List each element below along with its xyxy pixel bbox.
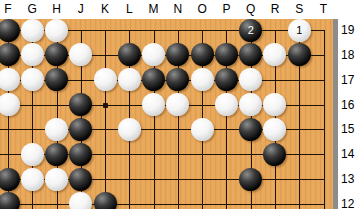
white-stone[interactable] bbox=[21, 43, 44, 66]
white-stone[interactable]: 1 bbox=[288, 19, 311, 42]
black-stone[interactable] bbox=[45, 68, 68, 91]
white-stone[interactable] bbox=[0, 68, 20, 91]
go-diagram-screen: FGHJKLMNOPQRST 21 1918171615141312 bbox=[0, 0, 356, 209]
row-label: 17 bbox=[341, 73, 354, 87]
column-labels: FGHJKLMNOPQRST bbox=[0, 0, 356, 19]
row-label: 13 bbox=[341, 172, 354, 186]
column-label: H bbox=[52, 2, 61, 16]
black-stone[interactable] bbox=[69, 93, 92, 116]
column-label: S bbox=[295, 2, 303, 16]
white-stone[interactable] bbox=[45, 168, 68, 191]
black-stone[interactable] bbox=[0, 168, 20, 191]
white-stone[interactable] bbox=[21, 68, 44, 91]
black-stone[interactable] bbox=[239, 168, 262, 191]
white-stone[interactable] bbox=[94, 68, 117, 91]
move-number-label: 1 bbox=[296, 25, 302, 36]
white-stone[interactable] bbox=[263, 93, 286, 116]
white-stone[interactable] bbox=[21, 143, 44, 166]
white-stone[interactable] bbox=[239, 93, 262, 116]
black-stone[interactable] bbox=[69, 143, 92, 166]
black-stone[interactable] bbox=[0, 19, 20, 42]
white-stone[interactable] bbox=[142, 43, 165, 66]
white-stone[interactable] bbox=[45, 118, 68, 141]
black-stone[interactable] bbox=[166, 68, 189, 91]
white-stone[interactable] bbox=[118, 68, 141, 91]
white-stone[interactable] bbox=[21, 168, 44, 191]
column-label: K bbox=[101, 2, 109, 16]
black-stone[interactable] bbox=[239, 118, 262, 141]
column-label: R bbox=[271, 2, 280, 16]
white-stone[interactable] bbox=[191, 68, 214, 91]
star-point bbox=[103, 103, 108, 108]
white-stone[interactable] bbox=[69, 43, 92, 66]
move-number-label: 2 bbox=[248, 25, 254, 36]
white-stone[interactable] bbox=[21, 19, 44, 42]
white-stone[interactable] bbox=[118, 118, 141, 141]
white-stone[interactable] bbox=[191, 118, 214, 141]
black-stone[interactable] bbox=[94, 192, 117, 209]
grid-line-horizontal bbox=[0, 204, 325, 205]
grid-line-vertical bbox=[324, 30, 325, 209]
column-label: G bbox=[28, 2, 37, 16]
black-stone[interactable] bbox=[215, 68, 238, 91]
row-label: 19 bbox=[341, 23, 354, 37]
black-stone[interactable] bbox=[142, 68, 165, 91]
column-label: F bbox=[4, 2, 11, 16]
row-label: 18 bbox=[341, 48, 354, 62]
white-stone[interactable] bbox=[142, 93, 165, 116]
white-stone[interactable] bbox=[0, 93, 20, 116]
column-label: L bbox=[126, 2, 133, 16]
white-stone[interactable] bbox=[239, 68, 262, 91]
black-stone[interactable]: 2 bbox=[239, 19, 262, 42]
black-stone[interactable] bbox=[166, 43, 189, 66]
row-labels: 1918171615141312 bbox=[338, 19, 356, 209]
black-stone[interactable] bbox=[263, 143, 286, 166]
row-label: 15 bbox=[341, 122, 354, 136]
black-stone[interactable] bbox=[118, 43, 141, 66]
black-stone[interactable] bbox=[45, 43, 68, 66]
black-stone[interactable] bbox=[0, 43, 20, 66]
row-label: 12 bbox=[341, 197, 354, 209]
black-stone[interactable] bbox=[215, 43, 238, 66]
white-stone[interactable] bbox=[263, 43, 286, 66]
go-board[interactable]: 21 bbox=[0, 19, 333, 209]
black-stone[interactable] bbox=[45, 143, 68, 166]
column-label: P bbox=[222, 2, 230, 16]
white-stone[interactable] bbox=[263, 118, 286, 141]
row-label: 16 bbox=[341, 98, 354, 112]
white-stone[interactable] bbox=[69, 192, 92, 209]
column-label: N bbox=[174, 2, 183, 16]
black-stone[interactable] bbox=[239, 43, 262, 66]
column-label: J bbox=[78, 2, 84, 16]
black-stone[interactable] bbox=[69, 168, 92, 191]
column-label: M bbox=[149, 2, 159, 16]
black-stone[interactable] bbox=[288, 43, 311, 66]
black-stone[interactable] bbox=[191, 43, 214, 66]
grid-line-vertical bbox=[105, 30, 106, 209]
column-label: O bbox=[197, 2, 206, 16]
black-stone[interactable] bbox=[0, 192, 20, 209]
white-stone[interactable] bbox=[166, 93, 189, 116]
white-stone[interactable] bbox=[215, 93, 238, 116]
row-label: 14 bbox=[341, 147, 354, 161]
white-stone[interactable] bbox=[45, 19, 68, 42]
black-stone[interactable] bbox=[69, 118, 92, 141]
column-label: Q bbox=[246, 2, 255, 16]
column-label: T bbox=[320, 2, 327, 16]
